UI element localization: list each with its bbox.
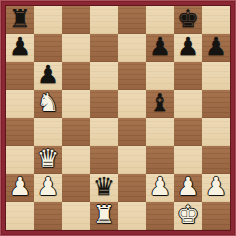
square-b8[interactable] xyxy=(34,6,62,34)
white-knight[interactable]: ♞ xyxy=(37,89,59,117)
square-a4[interactable] xyxy=(6,118,34,146)
square-e5[interactable] xyxy=(118,90,146,118)
black-pawn[interactable]: ♟ xyxy=(205,33,227,61)
square-e2[interactable] xyxy=(118,174,146,202)
square-h4[interactable] xyxy=(202,118,230,146)
square-d8[interactable] xyxy=(90,6,118,34)
board-frame: ♜♚♟♟♟♟♟♞♝♛♟♟♛♟♟♟♜♚ xyxy=(0,0,236,236)
black-queen[interactable]: ♛ xyxy=(93,173,115,201)
square-h6[interactable] xyxy=(202,62,230,90)
square-h5[interactable] xyxy=(202,90,230,118)
white-pawn[interactable]: ♟ xyxy=(205,173,227,201)
square-e4[interactable] xyxy=(118,118,146,146)
square-b2[interactable]: ♟ xyxy=(34,174,62,202)
square-h8[interactable] xyxy=(202,6,230,34)
square-g1[interactable]: ♚ xyxy=(174,202,202,230)
square-g7[interactable]: ♟ xyxy=(174,34,202,62)
square-b3[interactable]: ♛ xyxy=(34,146,62,174)
square-h3[interactable] xyxy=(202,146,230,174)
square-f8[interactable] xyxy=(146,6,174,34)
black-pawn[interactable]: ♟ xyxy=(37,61,59,89)
white-pawn[interactable]: ♟ xyxy=(9,173,31,201)
black-bishop[interactable]: ♝ xyxy=(149,89,171,117)
square-d6[interactable] xyxy=(90,62,118,90)
square-b5[interactable]: ♞ xyxy=(34,90,62,118)
square-a3[interactable] xyxy=(6,146,34,174)
square-c3[interactable] xyxy=(62,146,90,174)
square-a7[interactable]: ♟ xyxy=(6,34,34,62)
square-c5[interactable] xyxy=(62,90,90,118)
square-f1[interactable] xyxy=(146,202,174,230)
square-c8[interactable] xyxy=(62,6,90,34)
square-a2[interactable]: ♟ xyxy=(6,174,34,202)
square-c6[interactable] xyxy=(62,62,90,90)
square-e8[interactable] xyxy=(118,6,146,34)
square-f4[interactable] xyxy=(146,118,174,146)
square-d5[interactable] xyxy=(90,90,118,118)
square-c7[interactable] xyxy=(62,34,90,62)
square-d1[interactable]: ♜ xyxy=(90,202,118,230)
square-h1[interactable] xyxy=(202,202,230,230)
square-f6[interactable] xyxy=(146,62,174,90)
black-king[interactable]: ♚ xyxy=(177,5,199,33)
square-g6[interactable] xyxy=(174,62,202,90)
square-c4[interactable] xyxy=(62,118,90,146)
black-rook[interactable]: ♜ xyxy=(9,5,31,33)
square-a5[interactable] xyxy=(6,90,34,118)
square-a6[interactable] xyxy=(6,62,34,90)
square-f3[interactable] xyxy=(146,146,174,174)
black-pawn[interactable]: ♟ xyxy=(9,33,31,61)
white-pawn[interactable]: ♟ xyxy=(149,173,171,201)
square-g2[interactable]: ♟ xyxy=(174,174,202,202)
square-c1[interactable] xyxy=(62,202,90,230)
square-f7[interactable]: ♟ xyxy=(146,34,174,62)
square-h7[interactable]: ♟ xyxy=(202,34,230,62)
black-pawn[interactable]: ♟ xyxy=(149,33,171,61)
square-e7[interactable] xyxy=(118,34,146,62)
square-h2[interactable]: ♟ xyxy=(202,174,230,202)
square-g8[interactable]: ♚ xyxy=(174,6,202,34)
white-pawn[interactable]: ♟ xyxy=(177,173,199,201)
white-rook[interactable]: ♜ xyxy=(93,201,115,229)
square-b7[interactable] xyxy=(34,34,62,62)
white-king[interactable]: ♚ xyxy=(177,201,199,229)
square-d7[interactable] xyxy=(90,34,118,62)
square-g4[interactable] xyxy=(174,118,202,146)
square-g5[interactable] xyxy=(174,90,202,118)
square-g3[interactable] xyxy=(174,146,202,174)
square-a1[interactable] xyxy=(6,202,34,230)
square-b4[interactable] xyxy=(34,118,62,146)
square-b6[interactable]: ♟ xyxy=(34,62,62,90)
black-pawn[interactable]: ♟ xyxy=(177,33,199,61)
chess-board: ♜♚♟♟♟♟♟♞♝♛♟♟♛♟♟♟♜♚ xyxy=(6,6,230,230)
white-pawn[interactable]: ♟ xyxy=(37,173,59,201)
square-e1[interactable] xyxy=(118,202,146,230)
square-e6[interactable] xyxy=(118,62,146,90)
square-d4[interactable] xyxy=(90,118,118,146)
white-queen[interactable]: ♛ xyxy=(37,145,59,173)
square-b1[interactable] xyxy=(34,202,62,230)
square-f2[interactable]: ♟ xyxy=(146,174,174,202)
square-a8[interactable]: ♜ xyxy=(6,6,34,34)
square-d3[interactable] xyxy=(90,146,118,174)
square-e3[interactable] xyxy=(118,146,146,174)
square-d2[interactable]: ♛ xyxy=(90,174,118,202)
square-f5[interactable]: ♝ xyxy=(146,90,174,118)
square-c2[interactable] xyxy=(62,174,90,202)
